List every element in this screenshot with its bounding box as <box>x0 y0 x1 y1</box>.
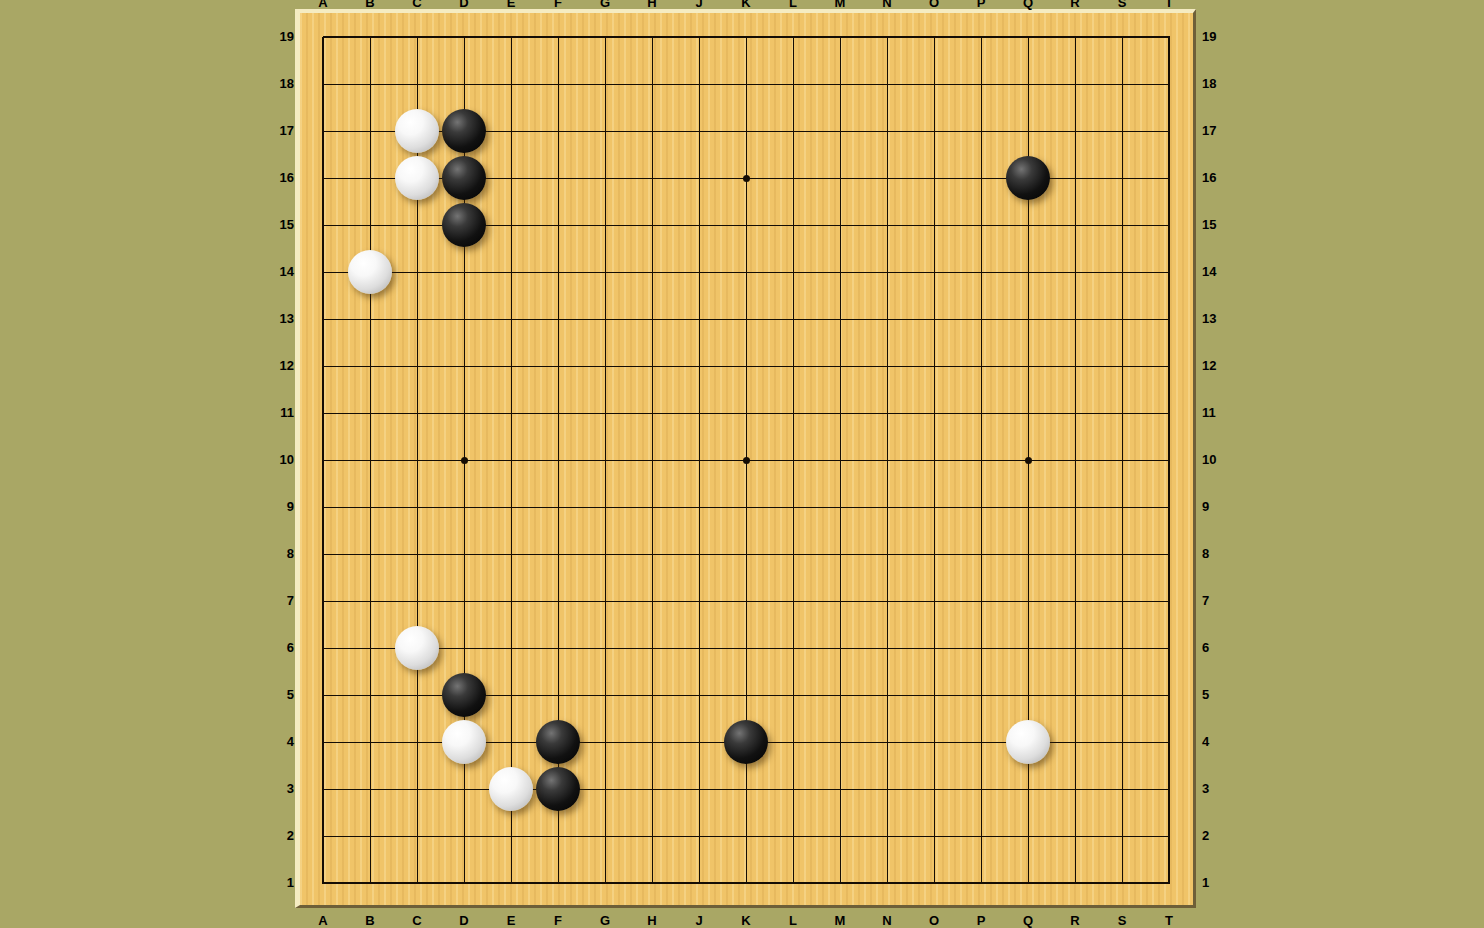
go-board-app: AABBCCDDEEFFGGHHJJKKLLMMNNOOPPQQRRSSTT19… <box>0 0 1484 928</box>
column-label-bottom-S: S <box>1107 913 1137 928</box>
row-label-left-13: 13 <box>254 311 294 327</box>
column-label-top-N: N <box>872 0 902 11</box>
column-label-bottom-T: T <box>1154 913 1184 928</box>
row-label-right-16: 16 <box>1202 170 1242 186</box>
row-label-right-4: 4 <box>1202 734 1242 750</box>
row-label-right-10: 10 <box>1202 452 1242 468</box>
row-label-left-4: 4 <box>254 734 294 750</box>
row-label-left-15: 15 <box>254 217 294 233</box>
row-label-right-19: 19 <box>1202 29 1242 45</box>
white-stone-E3[interactable] <box>489 767 533 811</box>
column-label-top-A: A <box>308 0 338 11</box>
column-label-bottom-J: J <box>684 913 714 928</box>
grid-line-vertical <box>1122 37 1123 884</box>
grid-line-vertical <box>887 37 888 884</box>
row-label-right-2: 2 <box>1202 828 1242 844</box>
column-label-bottom-G: G <box>590 913 620 928</box>
black-stone-K4[interactable] <box>724 720 768 764</box>
row-label-left-14: 14 <box>254 264 294 280</box>
row-label-right-11: 11 <box>1202 405 1242 421</box>
column-label-bottom-C: C <box>402 913 432 928</box>
white-stone-Q4[interactable] <box>1006 720 1050 764</box>
column-label-top-L: L <box>778 0 808 11</box>
row-label-right-1: 1 <box>1202 875 1242 891</box>
grid-line-vertical <box>840 37 841 884</box>
row-label-left-18: 18 <box>254 76 294 92</box>
row-label-left-17: 17 <box>254 123 294 139</box>
column-label-top-S: S <box>1107 0 1137 11</box>
row-label-left-9: 9 <box>254 499 294 515</box>
column-label-bottom-O: O <box>919 913 949 928</box>
star-point-K10 <box>743 457 750 464</box>
column-label-bottom-D: D <box>449 913 479 928</box>
grid-line-horizontal <box>323 601 1170 602</box>
row-label-right-12: 12 <box>1202 358 1242 374</box>
row-label-right-3: 3 <box>1202 781 1242 797</box>
column-label-top-H: H <box>637 0 667 11</box>
black-stone-D5[interactable] <box>442 673 486 717</box>
column-label-bottom-H: H <box>637 913 667 928</box>
column-label-bottom-M: M <box>825 913 855 928</box>
row-label-left-2: 2 <box>254 828 294 844</box>
star-point-Q10 <box>1025 457 1032 464</box>
black-stone-D17[interactable] <box>442 109 486 153</box>
grid-line-vertical <box>1075 37 1076 884</box>
grid-line-vertical <box>1168 37 1170 884</box>
column-label-top-M: M <box>825 0 855 11</box>
star-point-D10 <box>461 457 468 464</box>
grid-line-horizontal <box>323 554 1170 555</box>
grid-line-horizontal <box>323 789 1170 790</box>
grid-line-horizontal <box>323 882 1170 884</box>
row-label-right-7: 7 <box>1202 593 1242 609</box>
column-label-bottom-P: P <box>966 913 996 928</box>
column-label-bottom-A: A <box>308 913 338 928</box>
star-point-K16 <box>743 175 750 182</box>
row-label-left-10: 10 <box>254 452 294 468</box>
column-label-top-K: K <box>731 0 761 11</box>
row-label-left-8: 8 <box>254 546 294 562</box>
column-label-top-D: D <box>449 0 479 11</box>
grid-line-vertical <box>981 37 982 884</box>
row-label-left-7: 7 <box>254 593 294 609</box>
grid-line-horizontal <box>323 648 1170 649</box>
black-stone-F3[interactable] <box>536 767 580 811</box>
column-label-bottom-L: L <box>778 913 808 928</box>
row-label-right-14: 14 <box>1202 264 1242 280</box>
column-label-top-C: C <box>402 0 432 11</box>
row-label-left-5: 5 <box>254 687 294 703</box>
row-label-left-19: 19 <box>254 29 294 45</box>
white-stone-D4[interactable] <box>442 720 486 764</box>
column-label-bottom-K: K <box>731 913 761 928</box>
column-label-bottom-E: E <box>496 913 526 928</box>
black-stone-F4[interactable] <box>536 720 580 764</box>
column-label-bottom-N: N <box>872 913 902 928</box>
grid-line-vertical <box>793 37 794 884</box>
row-label-left-3: 3 <box>254 781 294 797</box>
white-stone-C16[interactable] <box>395 156 439 200</box>
black-stone-Q16[interactable] <box>1006 156 1050 200</box>
column-label-bottom-Q: Q <box>1013 913 1043 928</box>
row-label-left-6: 6 <box>254 640 294 656</box>
column-label-top-P: P <box>966 0 996 11</box>
column-label-top-O: O <box>919 0 949 11</box>
grid-line-vertical <box>934 37 935 884</box>
white-stone-C6[interactable] <box>395 626 439 670</box>
row-label-left-16: 16 <box>254 170 294 186</box>
row-label-right-18: 18 <box>1202 76 1242 92</box>
row-label-right-15: 15 <box>1202 217 1242 233</box>
column-label-top-B: B <box>355 0 385 11</box>
grid-line-horizontal <box>323 836 1170 837</box>
white-stone-B14[interactable] <box>348 250 392 294</box>
column-label-top-R: R <box>1060 0 1090 11</box>
goban-grid <box>323 37 1170 884</box>
row-label-right-8: 8 <box>1202 546 1242 562</box>
column-label-bottom-F: F <box>543 913 573 928</box>
row-label-right-9: 9 <box>1202 499 1242 515</box>
goban[interactable] <box>295 9 1196 908</box>
row-label-left-12: 12 <box>254 358 294 374</box>
column-label-bottom-R: R <box>1060 913 1090 928</box>
column-label-top-T: T <box>1154 0 1184 11</box>
black-stone-D16[interactable] <box>442 156 486 200</box>
row-label-right-13: 13 <box>1202 311 1242 327</box>
row-label-right-5: 5 <box>1202 687 1242 703</box>
column-label-top-F: F <box>543 0 573 11</box>
column-label-top-Q: Q <box>1013 0 1043 11</box>
column-label-top-J: J <box>684 0 714 11</box>
column-label-bottom-B: B <box>355 913 385 928</box>
black-stone-D15[interactable] <box>442 203 486 247</box>
column-label-top-G: G <box>590 0 620 11</box>
grid-line-horizontal <box>323 507 1170 508</box>
row-label-left-1: 1 <box>254 875 294 891</box>
white-stone-C17[interactable] <box>395 109 439 153</box>
row-label-right-17: 17 <box>1202 123 1242 139</box>
row-label-right-6: 6 <box>1202 640 1242 656</box>
column-label-top-E: E <box>496 0 526 11</box>
row-label-left-11: 11 <box>254 405 294 421</box>
